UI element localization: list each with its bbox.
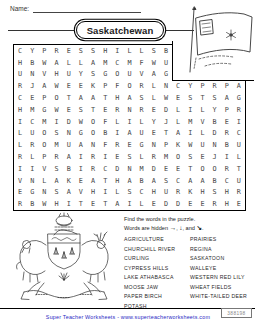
grid-cell: R (221, 127, 233, 139)
grid-cell: N (209, 139, 221, 151)
grid-cell: W (38, 57, 50, 69)
grid-cell: P (38, 45, 50, 57)
grid-cell: B (99, 127, 111, 139)
grid-cell: R (233, 104, 245, 116)
grid-cell: G (136, 139, 148, 151)
grid-cell: H (99, 45, 111, 57)
grid-cell: I (75, 151, 87, 163)
grid-cell: D (148, 163, 160, 175)
word-list-item: CYPRESS HILLS (124, 264, 190, 274)
grid-cell: E (196, 198, 208, 210)
grid-cell: M (50, 139, 62, 151)
grid-cell: R (172, 186, 184, 198)
grid-cell: R (50, 151, 62, 163)
grid-cell: O (196, 163, 208, 175)
grid-cell: S (184, 151, 196, 163)
grid-cell: P (99, 80, 111, 92)
word-list-item: LAKE ATHABASCA (124, 273, 190, 283)
grid-cell: G (160, 69, 172, 81)
grid-cell: A (148, 175, 160, 187)
grid-cell: A (87, 92, 99, 104)
word-list-item: MOOSE JAW (124, 283, 190, 293)
grid-cell: E (99, 104, 111, 116)
grid-cell: A (87, 175, 99, 187)
grid-cell: R (111, 139, 123, 151)
grid-cell: A (75, 139, 87, 151)
grid-cell: U (196, 139, 208, 151)
grid-cell: S (87, 45, 99, 57)
grid-cell: T (233, 163, 245, 175)
grid-cell: K (87, 80, 99, 92)
grid-cell: H (111, 92, 123, 104)
grid-cell: L (136, 116, 148, 128)
grid-cell: I (99, 186, 111, 198)
grid-cell: L (63, 57, 75, 69)
grid-cell: C (221, 175, 233, 187)
grid-cell: H (111, 175, 123, 187)
grid-cell: O (172, 151, 184, 163)
grid-cell: L (196, 127, 208, 139)
grid-cell: S (123, 151, 135, 163)
grid-cell: D (160, 104, 172, 116)
word-list-item: PRAIRIES (190, 235, 255, 245)
grid-cell: N (63, 127, 75, 139)
grid-cell: J (209, 151, 221, 163)
grid-cell: K (184, 186, 196, 198)
grid-cell: R (209, 80, 221, 92)
grid-cell: T (63, 92, 75, 104)
grid-cell: O (87, 127, 99, 139)
word-list-item: WALLEYE (190, 264, 255, 274)
grid-cell: M (160, 151, 172, 163)
grid-cell: H (196, 186, 208, 198)
grid-cell: U (233, 175, 245, 187)
grid-cell: R (14, 151, 26, 163)
grid-cell: W (160, 92, 172, 104)
grid-cell: A (221, 92, 233, 104)
word-list-item: SASKATOON (190, 254, 255, 264)
grid-cell: F (99, 116, 111, 128)
grid-cell: A (50, 175, 62, 187)
grid-cell: A (63, 186, 75, 198)
grid-cell: L (14, 127, 26, 139)
grid-cell: U (136, 127, 148, 139)
grid-cell: D (111, 163, 123, 175)
grid-cell: L (148, 92, 160, 104)
grid-cell: I (63, 198, 75, 210)
grid-cell: E (160, 163, 172, 175)
grid-cell: I (184, 104, 196, 116)
grid-cell: D (172, 198, 184, 210)
grid-cell: S (209, 92, 221, 104)
grid-cell: B (209, 175, 221, 187)
grid-cell: N (148, 139, 160, 151)
grid-cell: S (209, 186, 221, 198)
grid-cell: R (50, 45, 62, 57)
grid-cell: L (26, 151, 38, 163)
grid-cell: T (160, 127, 172, 139)
grid-cell: E (75, 80, 87, 92)
grid-cell: R (221, 163, 233, 175)
grid-cell: M (99, 57, 111, 69)
grid-cell: E (63, 104, 75, 116)
grid-cell: V (38, 69, 50, 81)
coat-of-arms-icon (10, 212, 118, 304)
grid-cell: S (75, 104, 87, 116)
grid-cell: V (38, 163, 50, 175)
grid-cell: T (87, 104, 99, 116)
grid-cell: T (184, 163, 196, 175)
grid-cell: C (172, 175, 184, 187)
grid-cell: H (14, 57, 26, 69)
grid-cell: R (148, 151, 160, 163)
grid-cell: R (233, 186, 245, 198)
page-title-text: Saskatchewan (87, 25, 154, 36)
grid-cell: L (38, 175, 50, 187)
word-list-item: REGINA (190, 245, 255, 255)
grid-cell: N (87, 139, 99, 151)
grid-cell: M (184, 116, 196, 128)
grid-cell: L (136, 45, 148, 57)
grid-cell: R (26, 139, 38, 151)
grid-cell: A (196, 175, 208, 187)
grid-cell: C (172, 80, 184, 92)
grid-cell: U (63, 139, 75, 151)
grid-cell: M (38, 116, 50, 128)
instructions-period: . (202, 225, 204, 231)
grid-cell: N (160, 80, 172, 92)
grid-cell: A (148, 69, 160, 81)
grid-cell: I (14, 163, 26, 175)
grid-cell: P (221, 80, 233, 92)
grid-cell: R (111, 104, 123, 116)
grid-cell: I (26, 163, 38, 175)
grid-cell: I (233, 116, 245, 128)
grid-cell: G (26, 186, 38, 198)
grid-cell: Y (148, 116, 160, 128)
instructions-line2-prefix: Words are hidden (124, 225, 168, 231)
grid-cell: I (75, 163, 87, 175)
grid-cell: A (87, 57, 99, 69)
word-list-item: CURLING (124, 254, 190, 264)
grid-cell: E (148, 104, 160, 116)
grid-cell: E (172, 163, 184, 175)
grid-cell: P (221, 104, 233, 116)
grid-cell: U (233, 139, 245, 151)
grid-cell: Y (184, 80, 196, 92)
grid-cell: A (233, 80, 245, 92)
grid-cell: I (221, 151, 233, 163)
grid-cell: L (136, 198, 148, 210)
grid-cell: E (221, 116, 233, 128)
footer-credit: Super Teacher Worksheets - www.superteac… (30, 314, 226, 320)
grid-cell: L (123, 45, 135, 57)
grid-cell: H (221, 186, 233, 198)
grid-cell: L (233, 151, 245, 163)
grid-cell: F (136, 57, 148, 69)
word-list: AGRICULTURECHURCHILL RIVERCURLINGCYPRESS… (124, 235, 255, 311)
grid-cell: S (50, 186, 62, 198)
grid-cell: U (63, 69, 75, 81)
grid-cell: Y (209, 104, 221, 116)
grid-cell: N (26, 175, 38, 187)
instructions-line2: Words are hidden →, ↓, and ↘. (124, 224, 204, 232)
grid-cell: T (196, 92, 208, 104)
grid-cell: E (75, 175, 87, 187)
grid-cell: A (172, 127, 184, 139)
grid-cell: U (14, 69, 26, 81)
grid-cell: E (172, 92, 184, 104)
word-list-item: WESTERN RED LILY (190, 273, 255, 283)
grid-cell: L (75, 57, 87, 69)
grid-cell: E (123, 139, 135, 151)
grid-cell: I (184, 127, 196, 139)
word-list-item: AGRICULTURE (124, 235, 190, 245)
grid-cell: G (75, 127, 87, 139)
grid-cell: A (63, 151, 75, 163)
grid-cell: I (123, 198, 135, 210)
grid-cell: B (160, 45, 172, 57)
grid-cell: T (99, 175, 111, 187)
grid-cell: S (75, 45, 87, 57)
grid-cell: U (26, 127, 38, 139)
grid-cell: H (87, 186, 99, 198)
grid-cell: O (38, 127, 50, 139)
grid-cell: R (87, 163, 99, 175)
grid-cell: R (136, 80, 148, 92)
grid-cell: R (136, 104, 148, 116)
grid-cell: W (75, 116, 87, 128)
grid-cell: L (136, 151, 148, 163)
grid-cell: I (111, 127, 123, 139)
grid-cell: C (14, 92, 26, 104)
grid-cell: C (99, 163, 111, 175)
instructions-line1: Find the words in the puzzle. (124, 216, 195, 222)
grid-cell: B (209, 116, 221, 128)
word-list-item: POTASH (124, 302, 190, 312)
grid-cell: W (184, 139, 196, 151)
grid-cell: N (26, 69, 38, 81)
grid-cell: T (75, 198, 87, 210)
grid-cell: V (75, 186, 87, 198)
grid-cell: C (26, 116, 38, 128)
grid-cell: S (148, 45, 160, 57)
word-col-2: PRAIRIESREGINASASKATOONWALLEYEWESTERN RE… (190, 235, 255, 311)
grid-cell: L (111, 186, 123, 198)
grid-cell: A (111, 198, 123, 210)
grid-cell: R (87, 151, 99, 163)
grid-cell: O (50, 92, 62, 104)
grid-cell: J (160, 116, 172, 128)
grid-cell: G (99, 69, 111, 81)
grid-cell: Y (75, 69, 87, 81)
grid-cell: L (172, 104, 184, 116)
grid-cell: S (87, 69, 99, 81)
grid-cell: K (172, 139, 184, 151)
grid-cell: Y (26, 45, 38, 57)
grid-cell: D (63, 116, 75, 128)
grid-cell: W (38, 198, 50, 210)
grid-cell: A (38, 80, 50, 92)
grid-cell: R (14, 80, 26, 92)
grid-cell: E (111, 151, 123, 163)
grid-cell: E (63, 45, 75, 57)
grid-cell: R (14, 198, 26, 210)
page-title: Saskatchewan (76, 21, 164, 39)
name-blank-line (33, 12, 141, 13)
grid-cell: T (99, 198, 111, 210)
grid-cell: U (160, 186, 172, 198)
grid-cell: N (123, 104, 135, 116)
grid-cell: S (184, 92, 196, 104)
grid-cell: W (50, 80, 62, 92)
grid-cell: H (50, 69, 62, 81)
grid-cell: F (99, 139, 111, 151)
grid-cell: D (160, 198, 172, 210)
grid-cell: O (123, 80, 135, 92)
saskatchewan-flag-icon (181, 6, 255, 80)
grid-cell: I (14, 116, 26, 128)
grid-cell: B (136, 175, 148, 187)
grid-cell: U (160, 57, 172, 69)
grid-cell: M (123, 57, 135, 69)
grid-cell: H (221, 198, 233, 210)
grid-cell: H (14, 104, 26, 116)
grid-cell: E (148, 127, 160, 139)
grid-cell: A (123, 92, 135, 104)
grid-cell: P (160, 139, 172, 151)
word-list-item: WHEAT FIELDS (190, 283, 255, 293)
grid-cell: R (209, 198, 221, 210)
grid-cell: G (38, 104, 50, 116)
grid-cell: S (123, 186, 135, 198)
grid-cell: I (99, 151, 111, 163)
grid-cell: A (123, 175, 135, 187)
grid-cell: E (196, 151, 208, 163)
grid-cell: T (99, 92, 111, 104)
grid-cell: V (14, 175, 26, 187)
footer-rule (0, 308, 255, 309)
grid-cell: J (26, 80, 38, 92)
grid-cell: L (148, 80, 160, 92)
grid-cell: F (111, 80, 123, 92)
grid-cell: U (123, 69, 135, 81)
grid-cell: W (148, 57, 160, 69)
word-list-item: WHITE-TAILED DEER (190, 292, 255, 302)
grid-cell: A (184, 175, 196, 187)
grid-cell: H (148, 186, 160, 198)
grid-cell: S (136, 92, 148, 104)
grid-cell: N (38, 186, 50, 198)
grid-cell: P (38, 151, 50, 163)
grid-cell: V (136, 69, 148, 81)
grid-cell: A (75, 92, 87, 104)
grid-cell: O (87, 116, 99, 128)
grid-cell: S (50, 163, 62, 175)
grid-cell: M (26, 104, 38, 116)
instructions-comma: , (176, 225, 178, 231)
name-label: Name: (10, 5, 29, 12)
grid-cell: N (123, 163, 135, 175)
grid-cell: E (14, 186, 26, 198)
word-col-1: AGRICULTURECHURCHILL RIVERCURLINGCYPRESS… (124, 235, 190, 311)
word-list-item: CHURCHILL RIVER (124, 245, 190, 255)
grid-cell: L (111, 116, 123, 128)
grid-cell: I (111, 45, 123, 57)
grid-cell: O (38, 139, 50, 151)
grid-cell: L (14, 139, 26, 151)
grid-cell: A (123, 127, 135, 139)
grid-cell: E (26, 92, 38, 104)
grid-cell: G (233, 92, 245, 104)
instructions-and: , and (183, 225, 195, 231)
grid-cell: V (196, 116, 208, 128)
grid-cell: H (50, 198, 62, 210)
grid-cell: B (63, 163, 75, 175)
grid-cell: E (148, 198, 160, 210)
grid-cell: D (209, 127, 221, 139)
grid-cell: I (123, 116, 135, 128)
grid-cell: L (172, 116, 184, 128)
grid-cell: B (26, 57, 38, 69)
grid-cell: E (184, 198, 196, 210)
grid-cell: K (63, 175, 75, 187)
worksheet-id-badge: 388198 (221, 308, 252, 318)
grid-cell: O (111, 69, 123, 81)
grid-cell: B (26, 198, 38, 210)
grid-cell: S (160, 175, 172, 187)
grid-cell: C (233, 127, 245, 139)
grid-cell: E (63, 80, 75, 92)
grid-cell: W (50, 104, 62, 116)
grid-cell: P (38, 92, 50, 104)
grid-cell: M (136, 163, 148, 175)
grid-cell: O (209, 163, 221, 175)
grid-cell: L (196, 104, 208, 116)
grid-cell: B (221, 139, 233, 151)
header-rule-left (8, 30, 76, 31)
grid-cell: A (50, 57, 62, 69)
grid-cell: P (196, 80, 208, 92)
grid-cell: C (111, 57, 123, 69)
grid-cell: E (87, 198, 99, 210)
grid-cell: E (233, 198, 245, 210)
grid-cell: C (14, 45, 26, 57)
grid-cell: C (136, 186, 148, 198)
grid-cell: S (50, 127, 62, 139)
worksheet-page: Name: Saskatchewan CYPRESSHILLSBHBWALLAM… (0, 0, 255, 330)
word-list-item: PAPER BIRCH (124, 292, 190, 302)
grid-cell: I (50, 116, 62, 128)
